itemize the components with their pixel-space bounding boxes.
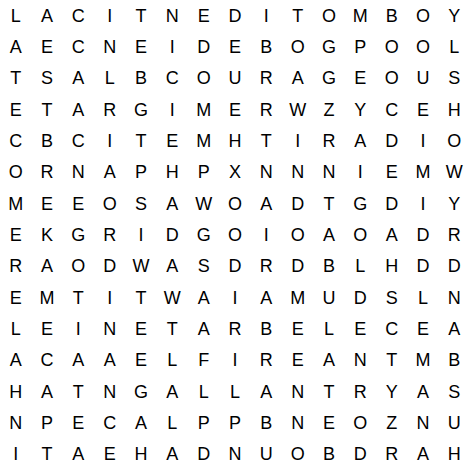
grid-cell-r9c9[interactable]: R xyxy=(251,251,282,282)
grid-cell-r3c5[interactable]: B xyxy=(125,63,156,94)
grid-cell-r2c5[interactable]: E xyxy=(125,31,156,62)
grid-cell-r6c6[interactable]: H xyxy=(157,157,188,188)
grid-cell-r14c9[interactable]: B xyxy=(251,407,282,438)
grid-cell-r8c11[interactable]: A xyxy=(313,219,344,250)
grid-cell-r2c12[interactable]: P xyxy=(345,31,376,62)
grid-cell-r10c14[interactable]: L xyxy=(407,282,438,313)
grid-cell-r1c10[interactable]: T xyxy=(282,0,313,31)
grid-cell-r6c2[interactable]: R xyxy=(31,157,62,188)
grid-cell-r3c13[interactable]: O xyxy=(376,63,407,94)
grid-cell-r11c1[interactable]: L xyxy=(0,313,31,344)
grid-cell-r4c2[interactable]: T xyxy=(31,94,62,125)
grid-cell-r8c4[interactable]: R xyxy=(94,219,125,250)
grid-cell-r2c13[interactable]: O xyxy=(376,31,407,62)
grid-cell-r3c15[interactable]: S xyxy=(439,63,470,94)
grid-cell-r9c7[interactable]: S xyxy=(188,251,219,282)
grid-cell-r1c2[interactable]: A xyxy=(31,0,62,31)
grid-cell-r14c2[interactable]: P xyxy=(31,407,62,438)
grid-cell-r11c15[interactable]: A xyxy=(439,313,470,344)
word-search-grid: LACITNEDITOMBOYAECNEIDEBOGPOOLTSALBCOURA… xyxy=(0,0,470,470)
grid-cell-r8c7[interactable]: G xyxy=(188,219,219,250)
grid-cell-r14c12[interactable]: O xyxy=(345,407,376,438)
grid-cell-r14c15[interactable]: U xyxy=(439,407,470,438)
grid-cell-r7c9[interactable]: A xyxy=(251,188,282,219)
grid-cell-r11c10[interactable]: E xyxy=(282,313,313,344)
grid-cell-r7c12[interactable]: G xyxy=(345,188,376,219)
grid-cell-r7c2[interactable]: E xyxy=(31,188,62,219)
grid-cell-r8c1[interactable]: E xyxy=(0,219,31,250)
grid-cell-r12c14[interactable]: M xyxy=(407,345,438,376)
grid-cell-r13c12[interactable]: R xyxy=(345,376,376,407)
grid-cell-r14c3[interactable]: E xyxy=(63,407,94,438)
grid-cell-r7c7[interactable]: W xyxy=(188,188,219,219)
grid-cell-r4c10[interactable]: W xyxy=(282,94,313,125)
grid-cell-r11c14[interactable]: E xyxy=(407,313,438,344)
grid-cell-r9c8[interactable]: D xyxy=(219,251,250,282)
grid-cell-r5c2[interactable]: B xyxy=(31,125,62,156)
grid-cell-r11c7[interactable]: A xyxy=(188,313,219,344)
grid-cell-r12c15[interactable]: B xyxy=(439,345,470,376)
grid-cell-r12c8[interactable]: I xyxy=(219,345,250,376)
grid-cell-r2c4[interactable]: N xyxy=(94,31,125,62)
grid-cell-r12c7[interactable]: F xyxy=(188,345,219,376)
grid-cell-r3c7[interactable]: O xyxy=(188,63,219,94)
grid-cell-r1c13[interactable]: B xyxy=(376,0,407,31)
grid-cell-r2c15[interactable]: L xyxy=(439,31,470,62)
grid-cell-r12c9[interactable]: R xyxy=(251,345,282,376)
grid-cell-r4c7[interactable]: M xyxy=(188,94,219,125)
grid-cell-r12c1[interactable]: A xyxy=(0,345,31,376)
grid-cell-r1c11[interactable]: O xyxy=(313,0,344,31)
grid-cell-r10c12[interactable]: D xyxy=(345,282,376,313)
grid-cell-r9c12[interactable]: L xyxy=(345,251,376,282)
grid-cell-r2c1[interactable]: A xyxy=(0,31,31,62)
grid-cell-r14c6[interactable]: L xyxy=(157,407,188,438)
grid-cell-r15c7[interactable]: D xyxy=(188,439,219,470)
grid-cell-r2c3[interactable]: C xyxy=(63,31,94,62)
grid-cell-r5c10[interactable]: I xyxy=(282,125,313,156)
grid-cell-r8c8[interactable]: O xyxy=(219,219,250,250)
grid-cell-r14c1[interactable]: N xyxy=(0,407,31,438)
grid-cell-r13c2[interactable]: A xyxy=(31,376,62,407)
grid-cell-r10c1[interactable]: E xyxy=(0,282,31,313)
grid-cell-r15c14[interactable]: A xyxy=(407,439,438,470)
grid-cell-r6c4[interactable]: A xyxy=(94,157,125,188)
grid-cell-r13c3[interactable]: T xyxy=(63,376,94,407)
grid-cell-r12c5[interactable]: E xyxy=(125,345,156,376)
grid-cell-r6c11[interactable]: N xyxy=(313,157,344,188)
grid-cell-r10c10[interactable]: M xyxy=(282,282,313,313)
grid-cell-r3c1[interactable]: T xyxy=(0,63,31,94)
grid-cell-r15c5[interactable]: H xyxy=(125,439,156,470)
grid-cell-r6c1[interactable]: O xyxy=(0,157,31,188)
grid-cell-r1c1[interactable]: L xyxy=(0,0,31,31)
grid-cell-r8c2[interactable]: K xyxy=(31,219,62,250)
grid-cell-r7c1[interactable]: M xyxy=(0,188,31,219)
grid-cell-r2c6[interactable]: I xyxy=(157,31,188,62)
grid-cell-r1c9[interactable]: I xyxy=(251,0,282,31)
grid-cell-r6c14[interactable]: M xyxy=(407,157,438,188)
grid-cell-r1c6[interactable]: N xyxy=(157,0,188,31)
grid-cell-r5c7[interactable]: M xyxy=(188,125,219,156)
grid-cell-r3c6[interactable]: C xyxy=(157,63,188,94)
grid-cell-r5c15[interactable]: O xyxy=(439,125,470,156)
grid-cell-r9c3[interactable]: O xyxy=(63,251,94,282)
grid-cell-r11c8[interactable]: R xyxy=(219,313,250,344)
grid-cell-r15c2[interactable]: T xyxy=(31,439,62,470)
grid-cell-r1c14[interactable]: O xyxy=(407,0,438,31)
grid-cell-r13c14[interactable]: A xyxy=(407,376,438,407)
grid-cell-r15c10[interactable]: O xyxy=(282,439,313,470)
grid-cell-r12c12[interactable]: N xyxy=(345,345,376,376)
grid-cell-r4c11[interactable]: Z xyxy=(313,94,344,125)
grid-cell-r4c14[interactable]: E xyxy=(407,94,438,125)
grid-cell-r14c10[interactable]: N xyxy=(282,407,313,438)
grid-cell-r1c15[interactable]: Y xyxy=(439,0,470,31)
grid-cell-r4c15[interactable]: H xyxy=(439,94,470,125)
grid-cell-r14c4[interactable]: C xyxy=(94,407,125,438)
grid-cell-r2c10[interactable]: O xyxy=(282,31,313,62)
grid-cell-r13c15[interactable]: S xyxy=(439,376,470,407)
grid-cell-r8c15[interactable]: R xyxy=(439,219,470,250)
grid-cell-r15c13[interactable]: R xyxy=(376,439,407,470)
grid-cell-r9c13[interactable]: H xyxy=(376,251,407,282)
grid-cell-r5c3[interactable]: C xyxy=(63,125,94,156)
grid-cell-r10c2[interactable]: M xyxy=(31,282,62,313)
grid-cell-r2c11[interactable]: G xyxy=(313,31,344,62)
grid-cell-r2c8[interactable]: E xyxy=(219,31,250,62)
grid-cell-r14c14[interactable]: N xyxy=(407,407,438,438)
grid-cell-r7c3[interactable]: E xyxy=(63,188,94,219)
grid-cell-r12c6[interactable]: L xyxy=(157,345,188,376)
grid-cell-r14c13[interactable]: Z xyxy=(376,407,407,438)
grid-cell-r10c8[interactable]: I xyxy=(219,282,250,313)
grid-cell-r3c8[interactable]: U xyxy=(219,63,250,94)
grid-cell-r5c12[interactable]: A xyxy=(345,125,376,156)
grid-cell-r9c2[interactable]: A xyxy=(31,251,62,282)
grid-cell-r10c5[interactable]: T xyxy=(125,282,156,313)
grid-cell-r15c9[interactable]: U xyxy=(251,439,282,470)
grid-cell-r13c8[interactable]: L xyxy=(219,376,250,407)
grid-cell-r3c14[interactable]: U xyxy=(407,63,438,94)
grid-cell-r15c12[interactable]: D xyxy=(345,439,376,470)
grid-cell-r3c2[interactable]: S xyxy=(31,63,62,94)
grid-cell-r2c14[interactable]: O xyxy=(407,31,438,62)
grid-cell-r8c13[interactable]: A xyxy=(376,219,407,250)
grid-cell-r4c3[interactable]: A xyxy=(63,94,94,125)
grid-cell-r13c9[interactable]: A xyxy=(251,376,282,407)
grid-cell-r2c7[interactable]: D xyxy=(188,31,219,62)
grid-cell-r6c3[interactable]: N xyxy=(63,157,94,188)
grid-cell-r13c7[interactable]: L xyxy=(188,376,219,407)
grid-cell-r12c10[interactable]: E xyxy=(282,345,313,376)
grid-cell-r5c11[interactable]: R xyxy=(313,125,344,156)
grid-cell-r8c12[interactable]: O xyxy=(345,219,376,250)
grid-cell-r12c3[interactable]: A xyxy=(63,345,94,376)
grid-cell-r15c15[interactable]: H xyxy=(439,439,470,470)
grid-cell-r6c10[interactable]: N xyxy=(282,157,313,188)
grid-cell-r8c6[interactable]: D xyxy=(157,219,188,250)
grid-cell-r9c5[interactable]: W xyxy=(125,251,156,282)
grid-cell-r9c1[interactable]: R xyxy=(0,251,31,282)
grid-cell-r13c13[interactable]: Y xyxy=(376,376,407,407)
grid-cell-r15c6[interactable]: A xyxy=(157,439,188,470)
grid-cell-r3c10[interactable]: A xyxy=(282,63,313,94)
grid-cell-r12c13[interactable]: T xyxy=(376,345,407,376)
grid-cell-r15c1[interactable]: I xyxy=(0,439,31,470)
grid-cell-r11c6[interactable]: T xyxy=(157,313,188,344)
grid-cell-r5c8[interactable]: H xyxy=(219,125,250,156)
grid-cell-r10c9[interactable]: A xyxy=(251,282,282,313)
grid-cell-r11c3[interactable]: I xyxy=(63,313,94,344)
grid-cell-r10c13[interactable]: S xyxy=(376,282,407,313)
grid-cell-r7c8[interactable]: O xyxy=(219,188,250,219)
grid-cell-r6c9[interactable]: N xyxy=(251,157,282,188)
grid-cell-r13c5[interactable]: G xyxy=(125,376,156,407)
grid-cell-r11c5[interactable]: E xyxy=(125,313,156,344)
grid-cell-r10c4[interactable]: I xyxy=(94,282,125,313)
grid-cell-r7c11[interactable]: T xyxy=(313,188,344,219)
grid-cell-r5c13[interactable]: D xyxy=(376,125,407,156)
grid-cell-r11c12[interactable]: E xyxy=(345,313,376,344)
grid-cell-r10c3[interactable]: T xyxy=(63,282,94,313)
grid-cell-r12c2[interactable]: C xyxy=(31,345,62,376)
grid-cell-r10c6[interactable]: W xyxy=(157,282,188,313)
grid-cell-r4c12[interactable]: Y xyxy=(345,94,376,125)
grid-cell-r15c8[interactable]: N xyxy=(219,439,250,470)
grid-cell-r5c4[interactable]: I xyxy=(94,125,125,156)
grid-cell-r9c11[interactable]: B xyxy=(313,251,344,282)
grid-cell-r7c10[interactable]: D xyxy=(282,188,313,219)
grid-cell-r10c7[interactable]: A xyxy=(188,282,219,313)
grid-cell-r6c12[interactable]: I xyxy=(345,157,376,188)
grid-cell-r13c6[interactable]: A xyxy=(157,376,188,407)
grid-cell-r9c14[interactable]: D xyxy=(407,251,438,282)
grid-cell-r5c5[interactable]: T xyxy=(125,125,156,156)
grid-cell-r1c5[interactable]: T xyxy=(125,0,156,31)
grid-cell-r2c2[interactable]: E xyxy=(31,31,62,62)
grid-cell-r8c9[interactable]: I xyxy=(251,219,282,250)
grid-cell-r1c4[interactable]: I xyxy=(94,0,125,31)
grid-cell-r7c13[interactable]: D xyxy=(376,188,407,219)
grid-cell-r1c8[interactable]: D xyxy=(219,0,250,31)
grid-cell-r1c3[interactable]: C xyxy=(63,0,94,31)
grid-cell-r8c3[interactable]: G xyxy=(63,219,94,250)
grid-cell-r13c4[interactable]: N xyxy=(94,376,125,407)
grid-cell-r3c3[interactable]: A xyxy=(63,63,94,94)
grid-cell-r10c11[interactable]: U xyxy=(313,282,344,313)
grid-cell-r6c7[interactable]: P xyxy=(188,157,219,188)
grid-cell-r6c8[interactable]: X xyxy=(219,157,250,188)
grid-cell-r4c4[interactable]: R xyxy=(94,94,125,125)
grid-cell-r4c13[interactable]: C xyxy=(376,94,407,125)
grid-cell-r4c6[interactable]: I xyxy=(157,94,188,125)
grid-cell-r11c9[interactable]: B xyxy=(251,313,282,344)
grid-cell-r8c5[interactable]: I xyxy=(125,219,156,250)
grid-cell-r9c15[interactable]: D xyxy=(439,251,470,282)
grid-cell-r11c13[interactable]: C xyxy=(376,313,407,344)
grid-cell-r9c10[interactable]: D xyxy=(282,251,313,282)
grid-cell-r3c4[interactable]: L xyxy=(94,63,125,94)
grid-cell-r5c1[interactable]: C xyxy=(0,125,31,156)
grid-cell-r5c6[interactable]: E xyxy=(157,125,188,156)
grid-cell-r11c2[interactable]: E xyxy=(31,313,62,344)
grid-cell-r1c12[interactable]: M xyxy=(345,0,376,31)
grid-cell-r7c14[interactable]: I xyxy=(407,188,438,219)
grid-cell-r3c9[interactable]: R xyxy=(251,63,282,94)
grid-cell-r14c8[interactable]: P xyxy=(219,407,250,438)
grid-cell-r5c9[interactable]: T xyxy=(251,125,282,156)
grid-cell-r6c13[interactable]: E xyxy=(376,157,407,188)
grid-cell-r3c11[interactable]: G xyxy=(313,63,344,94)
grid-cell-r12c4[interactable]: A xyxy=(94,345,125,376)
grid-cell-r7c5[interactable]: S xyxy=(125,188,156,219)
grid-cell-r15c3[interactable]: A xyxy=(63,439,94,470)
grid-cell-r3c12[interactable]: E xyxy=(345,63,376,94)
grid-cell-r7c6[interactable]: A xyxy=(157,188,188,219)
grid-cell-r10c15[interactable]: N xyxy=(439,282,470,313)
grid-cell-r6c15[interactable]: W xyxy=(439,157,470,188)
grid-cell-r14c5[interactable]: A xyxy=(125,407,156,438)
grid-cell-r13c10[interactable]: N xyxy=(282,376,313,407)
grid-cell-r1c7[interactable]: E xyxy=(188,0,219,31)
grid-cell-r15c4[interactable]: E xyxy=(94,439,125,470)
grid-cell-r14c7[interactable]: P xyxy=(188,407,219,438)
grid-cell-r7c4[interactable]: O xyxy=(94,188,125,219)
grid-cell-r13c1[interactable]: H xyxy=(0,376,31,407)
grid-cell-r9c6[interactable]: A xyxy=(157,251,188,282)
grid-cell-r2c9[interactable]: B xyxy=(251,31,282,62)
grid-cell-r14c11[interactable]: E xyxy=(313,407,344,438)
grid-cell-r7c15[interactable]: Y xyxy=(439,188,470,219)
grid-cell-r5c14[interactable]: I xyxy=(407,125,438,156)
grid-cell-r8c14[interactable]: D xyxy=(407,219,438,250)
grid-cell-r9c4[interactable]: D xyxy=(94,251,125,282)
grid-cell-r8c10[interactable]: O xyxy=(282,219,313,250)
grid-cell-r6c5[interactable]: P xyxy=(125,157,156,188)
grid-cell-r11c4[interactable]: N xyxy=(94,313,125,344)
grid-cell-r11c11[interactable]: L xyxy=(313,313,344,344)
grid-cell-r4c5[interactable]: G xyxy=(125,94,156,125)
grid-cell-r12c11[interactable]: A xyxy=(313,345,344,376)
grid-cell-r15c11[interactable]: B xyxy=(313,439,344,470)
grid-cell-r13c11[interactable]: T xyxy=(313,376,344,407)
grid-cell-r4c9[interactable]: R xyxy=(251,94,282,125)
grid-cell-r4c1[interactable]: E xyxy=(0,94,31,125)
grid-cell-r4c8[interactable]: E xyxy=(219,94,250,125)
